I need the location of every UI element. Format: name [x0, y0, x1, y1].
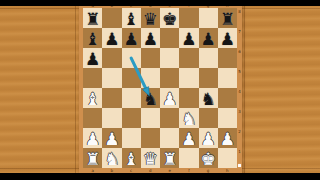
letterbox-bottom — [0, 173, 320, 180]
square-f5[interactable] — [179, 68, 198, 88]
app-background: ♜♝♛♚♜♝♟♟♟♟♟♟♟♝♞♟♞♞♟♟♟♟♟♜♞♝♛♜♚ abcdefgh a… — [0, 0, 320, 180]
square-f3[interactable]: ♞ — [179, 108, 198, 128]
square-e4[interactable]: ♟ — [160, 88, 179, 108]
black-knight-d4: ♞ — [143, 90, 158, 107]
square-c4[interactable] — [122, 88, 141, 108]
white-queen-d1: ♛ — [143, 150, 158, 167]
square-b2[interactable]: ♟ — [102, 128, 121, 148]
square-b3[interactable] — [102, 108, 121, 128]
rank-label-5: 5 — [237, 68, 242, 88]
square-b1[interactable]: ♞ — [102, 148, 121, 168]
square-a4[interactable]: ♝ — [83, 88, 102, 108]
square-a1[interactable]: ♜ — [83, 148, 102, 168]
square-e3[interactable] — [160, 108, 179, 128]
black-rook-h8: ♜ — [220, 10, 235, 27]
black-knight-g4: ♞ — [201, 90, 216, 107]
square-f1[interactable] — [179, 148, 198, 168]
square-g3[interactable] — [199, 108, 218, 128]
black-pawn-a6: ♟ — [85, 50, 100, 67]
square-e5[interactable] — [160, 68, 179, 88]
white-pawn-f2: ♟ — [181, 130, 196, 147]
square-b7[interactable]: ♟ — [102, 28, 121, 48]
square-g7[interactable]: ♟ — [199, 28, 218, 48]
rank-label-3: 3 — [237, 108, 242, 128]
square-h4[interactable] — [218, 88, 237, 108]
square-a6[interactable]: ♟ — [83, 48, 102, 68]
square-e1[interactable]: ♜ — [160, 148, 179, 168]
white-knight-f3: ♞ — [181, 110, 196, 127]
square-g4[interactable]: ♞ — [199, 88, 218, 108]
black-bishop-c8: ♝ — [124, 10, 139, 27]
white-king-g1: ♚ — [201, 150, 216, 167]
white-pawn-h2: ♟ — [220, 130, 235, 147]
square-g1[interactable]: ♚ — [199, 148, 218, 168]
square-d6[interactable] — [141, 48, 160, 68]
black-pawn-f7: ♟ — [181, 30, 196, 47]
square-c2[interactable] — [122, 128, 141, 148]
rank-label-4: 4 — [237, 88, 242, 108]
black-rook-a8: ♜ — [85, 10, 100, 27]
white-pawn-a2: ♟ — [85, 130, 100, 147]
square-h5[interactable] — [218, 68, 237, 88]
square-d2[interactable] — [141, 128, 160, 148]
square-b5[interactable] — [102, 68, 121, 88]
square-c3[interactable] — [122, 108, 141, 128]
white-pawn-e4: ♟ — [162, 90, 177, 107]
square-e7[interactable] — [160, 28, 179, 48]
black-queen-d8: ♛ — [143, 10, 158, 27]
white-bishop-a4: ♝ — [85, 90, 100, 107]
square-h3[interactable] — [218, 108, 237, 128]
black-pawn-d7: ♟ — [143, 30, 158, 47]
black-pawn-c7: ♟ — [124, 30, 139, 47]
square-h8[interactable]: ♜ — [218, 8, 237, 28]
square-f6[interactable] — [179, 48, 198, 68]
square-f8[interactable] — [179, 8, 198, 28]
rank-labels-right: 87654321 — [237, 8, 242, 168]
black-bishop-a7: ♝ — [85, 30, 100, 47]
square-g6[interactable] — [199, 48, 218, 68]
square-b8[interactable] — [102, 8, 121, 28]
square-g5[interactable] — [199, 68, 218, 88]
black-pawn-h7: ♟ — [220, 30, 235, 47]
square-c7[interactable]: ♟ — [122, 28, 141, 48]
square-e8[interactable]: ♚ — [160, 8, 179, 28]
square-f2[interactable]: ♟ — [179, 128, 198, 148]
square-g8[interactable] — [199, 8, 218, 28]
black-pawn-g7: ♟ — [201, 30, 216, 47]
square-a7[interactable]: ♝ — [83, 28, 102, 48]
square-a5[interactable] — [83, 68, 102, 88]
square-e6[interactable] — [160, 48, 179, 68]
white-pawn-g2: ♟ — [201, 130, 216, 147]
square-a2[interactable]: ♟ — [83, 128, 102, 148]
square-h7[interactable]: ♟ — [218, 28, 237, 48]
black-king-e8: ♚ — [162, 10, 177, 27]
white-rook-e1: ♜ — [162, 150, 177, 167]
letterbox-top — [0, 0, 320, 6]
square-d5[interactable] — [141, 68, 160, 88]
square-b4[interactable] — [102, 88, 121, 108]
rank-label-6: 6 — [237, 48, 242, 68]
square-a8[interactable]: ♜ — [83, 8, 102, 28]
square-c8[interactable]: ♝ — [122, 8, 141, 28]
square-d7[interactable]: ♟ — [141, 28, 160, 48]
square-c5[interactable] — [122, 68, 141, 88]
square-g2[interactable]: ♟ — [199, 128, 218, 148]
white-bishop-c1: ♝ — [124, 150, 139, 167]
white-knight-b1: ♞ — [104, 150, 119, 167]
square-d1[interactable]: ♛ — [141, 148, 160, 168]
square-d4[interactable]: ♞ — [141, 88, 160, 108]
chess-board[interactable]: ♜♝♛♚♜♝♟♟♟♟♟♟♟♝♞♟♞♞♟♟♟♟♟♜♞♝♛♜♚ — [83, 8, 237, 168]
white-pawn-b2: ♟ — [104, 130, 119, 147]
square-e2[interactable] — [160, 128, 179, 148]
square-a3[interactable] — [83, 108, 102, 128]
white-rook-a1: ♜ — [85, 150, 100, 167]
square-b6[interactable] — [102, 48, 121, 68]
square-c1[interactable]: ♝ — [122, 148, 141, 168]
square-h1[interactable] — [218, 148, 237, 168]
square-c6[interactable] — [122, 48, 141, 68]
chess-board-frame: ♜♝♛♚♜♝♟♟♟♟♟♟♟♝♞♟♞♞♟♟♟♟♟♜♞♝♛♜♚ abcdefgh a… — [79, 4, 242, 173]
square-f4[interactable] — [179, 88, 198, 108]
rank-label-7: 7 — [237, 28, 242, 48]
square-d8[interactable]: ♛ — [141, 8, 160, 28]
square-f7[interactable]: ♟ — [179, 28, 198, 48]
square-h2[interactable]: ♟ — [218, 128, 237, 148]
square-d3[interactable] — [141, 108, 160, 128]
square-h6[interactable] — [218, 48, 237, 68]
corner-marker-dot — [238, 164, 241, 167]
rank-label-8: 8 — [237, 8, 242, 28]
rank-label-2: 2 — [237, 128, 242, 148]
black-pawn-b7: ♟ — [104, 30, 119, 47]
